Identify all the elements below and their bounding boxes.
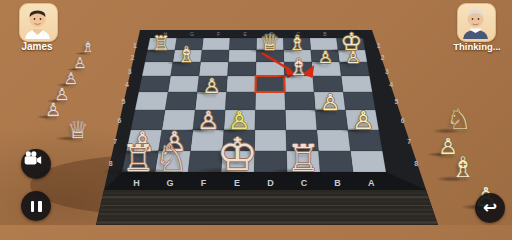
piece-black-pawn-f6[interactable]: ♙ — [197, 109, 219, 134]
square-d5[interactable] — [255, 92, 285, 110]
square-d7[interactable] — [254, 130, 286, 151]
captured-right-bishop[interactable]: ♗ — [450, 154, 475, 182]
file-label: D — [267, 178, 274, 188]
square-a8[interactable] — [350, 151, 386, 172]
old-man-avatar-icon — [458, 4, 493, 39]
rank-label-left: 8 — [109, 160, 113, 167]
file-label-far: F — [217, 31, 220, 37]
rank-label-right: 4 — [389, 81, 393, 88]
piece-white-bishop-c1[interactable]: ♗ — [288, 33, 306, 53]
rank-label-left: 5 — [121, 98, 125, 105]
square-c5[interactable] — [285, 92, 316, 110]
piece-white-pawn-a6[interactable]: ♙ — [352, 109, 374, 134]
piece-black-rook-c8[interactable]: ♖ — [287, 140, 320, 177]
rank-label-left: 1 — [133, 42, 137, 49]
piece-white-bishop-g2[interactable]: ♗ — [177, 44, 196, 65]
piece-white-pawn-b5[interactable]: ♙ — [320, 91, 340, 113]
rank-label-left: 3 — [128, 68, 132, 75]
rank-label-left: 7 — [113, 138, 117, 145]
square-b8[interactable] — [318, 151, 353, 172]
pause-icon — [31, 201, 42, 212]
square-d6[interactable] — [255, 110, 286, 130]
rank-label-right: 7 — [407, 138, 411, 145]
piece-black-rook-h8[interactable]: ♖ — [122, 140, 155, 177]
young-man-avatar-icon — [20, 4, 55, 39]
camera-button[interactable] — [21, 149, 51, 179]
player-status-right: Thinking... — [453, 41, 501, 52]
captured-left-pawn[interactable]: ♙ — [45, 101, 61, 119]
video-camera-icon — [21, 149, 43, 167]
rank-label-left: 4 — [125, 81, 129, 88]
rank-label-left: 2 — [131, 54, 135, 61]
piece-black-knight-g8[interactable]: ♘ — [155, 140, 188, 177]
rank-label-right: 2 — [381, 54, 385, 61]
file-label: A — [368, 178, 375, 188]
rank-label-right: 3 — [385, 68, 389, 75]
square-g5[interactable] — [165, 92, 197, 110]
undo-arrow-icon: ↩ — [483, 199, 497, 216]
file-label: F — [201, 178, 207, 188]
rank-label-right: 1 — [377, 42, 381, 49]
piece-black-bishop-c3[interactable]: ♗ — [288, 56, 309, 79]
avatar-right-player[interactable] — [457, 3, 496, 42]
captured-left-queen[interactable]: ♕ — [67, 118, 89, 142]
file-label: B — [334, 178, 341, 188]
square-a4[interactable] — [341, 76, 372, 92]
square-c6[interactable] — [285, 110, 317, 130]
piece-black-king-e8[interactable]: ♔ — [217, 132, 258, 178]
pause-button[interactable] — [21, 191, 51, 221]
square-g4[interactable] — [168, 76, 199, 92]
square-b7[interactable] — [317, 130, 351, 151]
file-label-far: G — [190, 31, 194, 37]
captured-left-bishop[interactable]: ♗ — [81, 40, 94, 55]
game-scene: HGFEDCBAHGFEDCBA1122334455667788 James T… — [0, 0, 512, 225]
piece-white-pawn-b2[interactable]: ♙ — [318, 49, 333, 66]
avatar-left-player[interactable] — [19, 3, 58, 42]
chess-board: HGFEDCBAHGFEDCBA1122334455667788 — [0, 0, 512, 225]
rank-label-right: 8 — [414, 160, 418, 167]
player-name-left: James — [21, 41, 52, 52]
undo-button[interactable]: ↩ — [475, 193, 505, 223]
rank-label-right: 5 — [395, 98, 399, 105]
square-f1[interactable] — [202, 38, 230, 50]
square-f2[interactable] — [201, 50, 230, 62]
square-h5[interactable] — [135, 92, 168, 110]
piece-white-rook-h1[interactable]: ♖ — [152, 34, 170, 54]
piece-white-pawn-a2[interactable]: ♙ — [346, 49, 361, 66]
rank-label-left: 6 — [118, 117, 122, 124]
piece-white-pawn-f4[interactable]: ♙ — [203, 76, 221, 96]
square-e4[interactable] — [226, 76, 255, 92]
rank-label-right: 6 — [401, 117, 405, 124]
square-h4[interactable] — [139, 76, 171, 92]
piece-white-queen-d1[interactable]: ♕ — [260, 31, 280, 53]
captured-right-knight[interactable]: ♘ — [446, 106, 471, 134]
square-e3[interactable] — [227, 62, 256, 76]
